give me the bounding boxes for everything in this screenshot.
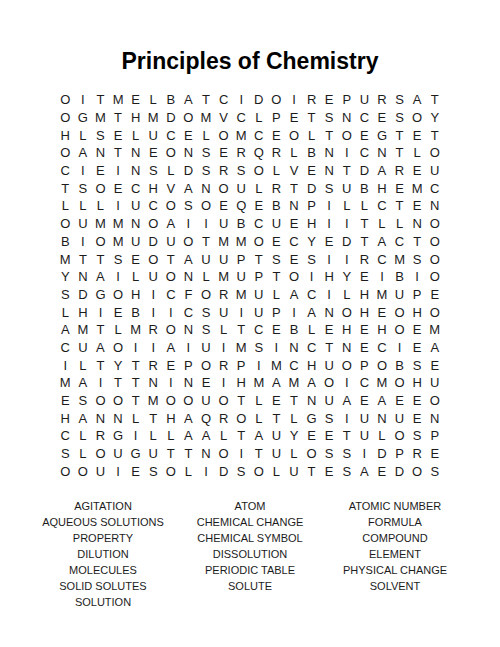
grid-cell: T xyxy=(197,233,215,251)
grid-cell: A xyxy=(74,409,92,427)
grid-cell: C xyxy=(250,215,268,233)
grid-cell: E xyxy=(285,250,303,268)
grid-cell: H xyxy=(356,286,374,304)
word-list-item: ELEMENT xyxy=(310,546,480,562)
grid-cell: L xyxy=(356,197,374,215)
grid-cell: O xyxy=(391,321,409,339)
grid-cell: E xyxy=(373,303,391,321)
grid-cell: M xyxy=(232,339,250,357)
grid-cell: E xyxy=(215,144,233,162)
grid-cell: I xyxy=(303,268,321,286)
grid-cell: O xyxy=(162,392,180,410)
grid-cell: L xyxy=(127,409,145,427)
grid-cell: A xyxy=(162,339,180,357)
grid-cell: I xyxy=(285,91,303,109)
grid-cell: P xyxy=(408,286,426,304)
grid-cell: C xyxy=(232,109,250,127)
grid-cell: L xyxy=(250,409,268,427)
grid-cell: U xyxy=(197,339,215,357)
grid-cell: T xyxy=(162,250,180,268)
grid-cell: M xyxy=(250,374,268,392)
grid-cell: H xyxy=(56,126,74,144)
grid-cell: S xyxy=(197,321,215,339)
grid-cell: N xyxy=(408,215,426,233)
grid-cell: N xyxy=(320,144,338,162)
grid-cell: R xyxy=(373,91,391,109)
grid-cell: P xyxy=(268,109,286,127)
grid-cell: I xyxy=(109,462,127,480)
grid-cell: E xyxy=(408,126,426,144)
grid-cell: R xyxy=(268,179,286,197)
grid-cell: B xyxy=(127,303,145,321)
grid-cell: O xyxy=(426,303,444,321)
grid-cell: E xyxy=(408,392,426,410)
grid-cell: E xyxy=(285,215,303,233)
grid-cell: R xyxy=(92,427,110,445)
grid-cell: I xyxy=(232,445,250,463)
grid-cell: U xyxy=(320,392,338,410)
grid-cell: L xyxy=(268,162,286,180)
grid-cell: O xyxy=(162,144,180,162)
grid-cell: N xyxy=(285,339,303,357)
grid-cell: N xyxy=(127,162,145,180)
grid-cell: L xyxy=(268,286,286,304)
grid-cell: O xyxy=(285,268,303,286)
grid-cell: O xyxy=(197,286,215,304)
grid-cell: C xyxy=(215,91,233,109)
grid-cell: I xyxy=(320,197,338,215)
grid-cell: H xyxy=(303,356,321,374)
grid-cell: I xyxy=(74,91,92,109)
word-list-item: PHYSICAL CHANGE xyxy=(310,562,480,578)
word-list-item: SOLID SOLUTES xyxy=(18,578,188,594)
word-list-item: COMPOUND xyxy=(310,530,480,546)
grid-cell: T xyxy=(144,409,162,427)
grid-cell: A xyxy=(303,303,321,321)
grid-cell: N xyxy=(320,303,338,321)
grid-cell: L xyxy=(250,179,268,197)
grid-cell: I xyxy=(74,233,92,251)
grid-cell: U xyxy=(92,462,110,480)
grid-cell: D xyxy=(391,462,409,480)
grid-cell: E xyxy=(268,392,286,410)
grid-cell: T xyxy=(250,250,268,268)
grid-cell: E xyxy=(391,392,409,410)
grid-cell: D xyxy=(215,462,233,480)
grid-cell: U xyxy=(250,303,268,321)
grid-cell: E xyxy=(180,126,198,144)
grid-cell: U xyxy=(320,356,338,374)
grid-cell: M xyxy=(144,109,162,127)
grid-cell: E xyxy=(109,303,127,321)
grid-cell: S xyxy=(56,286,74,304)
grid-cell: T xyxy=(56,179,74,197)
grid-cell: A xyxy=(268,374,286,392)
grid-cell: U xyxy=(426,162,444,180)
grid-cell: O xyxy=(391,374,409,392)
grid-cell: I xyxy=(338,409,356,427)
grid-cell: R xyxy=(144,356,162,374)
grid-cell: A xyxy=(285,286,303,304)
grid-cell: E xyxy=(109,179,127,197)
word-list-column-1: AGITATIONAQUEOUS SOLUTIONSPROPERTYDILUTI… xyxy=(18,498,188,610)
grid-cell: E xyxy=(356,268,374,286)
grid-cell: T xyxy=(127,356,145,374)
grid-cell: T xyxy=(303,109,321,127)
grid-cell: C xyxy=(391,233,409,251)
grid-cell: A xyxy=(303,374,321,392)
grid-cell: T xyxy=(285,179,303,197)
grid-cell: S xyxy=(320,179,338,197)
grid-cell: D xyxy=(162,109,180,127)
grid-cell: N xyxy=(74,268,92,286)
grid-cell: E xyxy=(356,339,374,357)
grid-cell: N xyxy=(373,144,391,162)
grid-cell: A xyxy=(250,427,268,445)
grid-cell: A xyxy=(356,462,374,480)
grid-cell: O xyxy=(109,339,127,357)
grid-cell: U xyxy=(215,303,233,321)
grid-cell: E xyxy=(109,126,127,144)
grid-cell: L xyxy=(127,126,145,144)
grid-cell: O xyxy=(162,197,180,215)
grid-cell: C xyxy=(250,126,268,144)
grid-cell: S xyxy=(320,109,338,127)
word-list-item: MOLECULES xyxy=(18,562,188,578)
grid-cell: C xyxy=(162,286,180,304)
grid-cell: E xyxy=(408,409,426,427)
grid-cell: S xyxy=(74,179,92,197)
grid-cell: I xyxy=(109,268,127,286)
grid-cell: R xyxy=(215,409,233,427)
grid-cell: E xyxy=(426,286,444,304)
grid-cell: O xyxy=(162,321,180,339)
grid-cell: U xyxy=(197,392,215,410)
grid-cell: T xyxy=(232,321,250,339)
grid-cell: E xyxy=(303,427,321,445)
grid-cell: U xyxy=(215,215,233,233)
grid-cell: B xyxy=(56,233,74,251)
grid-cell: B xyxy=(391,268,409,286)
grid-cell: M xyxy=(215,233,233,251)
grid-cell: N xyxy=(180,268,198,286)
grid-cell: T xyxy=(109,144,127,162)
grid-cell: A xyxy=(408,91,426,109)
grid-cell: C xyxy=(162,126,180,144)
grid-cell: C xyxy=(250,321,268,339)
grid-cell: L xyxy=(162,162,180,180)
grid-cell: G xyxy=(373,126,391,144)
grid-cell: D xyxy=(74,286,92,304)
grid-cell: E xyxy=(162,356,180,374)
grid-cell: O xyxy=(109,392,127,410)
grid-cell: L xyxy=(215,427,233,445)
grid-cell: N xyxy=(426,409,444,427)
word-list-item: PROPERTY xyxy=(18,530,188,546)
grid-cell: G xyxy=(74,109,92,127)
grid-cell: N xyxy=(338,109,356,127)
grid-cell: M xyxy=(127,321,145,339)
grid-cell: S xyxy=(391,91,409,109)
grid-cell: G xyxy=(109,427,127,445)
grid-cell: L xyxy=(109,321,127,339)
grid-cell: Y xyxy=(426,109,444,127)
grid-cell: E xyxy=(127,250,145,268)
grid-cell: U xyxy=(356,91,374,109)
grid-cell: E xyxy=(426,445,444,463)
grid-cell: O xyxy=(180,109,198,127)
grid-cell: I xyxy=(215,374,233,392)
grid-cell: M xyxy=(92,215,110,233)
grid-cell: L xyxy=(285,445,303,463)
word-list-column-3: ATOMIC NUMBERFORMULACOMPOUNDELEMENTPHYSI… xyxy=(310,498,480,594)
grid-cell: Y xyxy=(303,233,321,251)
grid-cell: Y xyxy=(109,356,127,374)
grid-cell: A xyxy=(373,392,391,410)
grid-cell: Y xyxy=(338,268,356,286)
grid-cell: L xyxy=(74,445,92,463)
grid-cell: I xyxy=(391,339,409,357)
grid-cell: T xyxy=(92,356,110,374)
grid-cell: U xyxy=(197,250,215,268)
grid-cell: T xyxy=(268,268,286,286)
grid-cell: R xyxy=(356,250,374,268)
grid-cell: S xyxy=(144,162,162,180)
grid-cell: M xyxy=(92,109,110,127)
grid-cell: D xyxy=(180,162,198,180)
grid-cell: T xyxy=(320,126,338,144)
grid-cell: O xyxy=(144,250,162,268)
grid-cell: M xyxy=(268,356,286,374)
grid-cell: E xyxy=(268,321,286,339)
grid-cell: O xyxy=(250,462,268,480)
grid-cell: E xyxy=(373,109,391,127)
grid-cell: U xyxy=(338,179,356,197)
grid-cell: L xyxy=(215,321,233,339)
grid-cell: S xyxy=(232,162,250,180)
grid-cell: M xyxy=(74,321,92,339)
word-list: AGITATIONAQUEOUS SOLUTIONSPROPERTYDILUTI… xyxy=(0,498,500,628)
grid-cell: S xyxy=(338,462,356,480)
grid-cell: C xyxy=(303,339,321,357)
grid-cell: O xyxy=(56,144,74,162)
grid-cell: G xyxy=(303,409,321,427)
grid-cell: E xyxy=(127,91,145,109)
grid-cell: N xyxy=(127,144,145,162)
grid-cell: U xyxy=(232,179,250,197)
grid-cell: O xyxy=(92,179,110,197)
grid-cell: T xyxy=(408,233,426,251)
grid-cell: I xyxy=(320,286,338,304)
grid-cell: H xyxy=(320,268,338,286)
grid-cell: B xyxy=(285,321,303,339)
grid-cell: O xyxy=(426,233,444,251)
grid-cell: O xyxy=(92,392,110,410)
grid-cell: L xyxy=(144,91,162,109)
grid-cell: I xyxy=(250,356,268,374)
grid-cell: A xyxy=(180,427,198,445)
grid-cell: O xyxy=(320,374,338,392)
grid-cell: T xyxy=(426,126,444,144)
grid-cell: C xyxy=(180,303,198,321)
grid-cell: N xyxy=(285,197,303,215)
grid-cell: O xyxy=(180,392,198,410)
grid-cell: A xyxy=(74,144,92,162)
grid-cell: O xyxy=(162,268,180,286)
grid-cell: O xyxy=(391,427,409,445)
grid-cell: I xyxy=(180,339,198,357)
word-list-item: AQUEOUS SOLUTIONS xyxy=(18,514,188,530)
grid-cell: E xyxy=(320,427,338,445)
grid-cell: E xyxy=(144,144,162,162)
grid-cell: R xyxy=(215,162,233,180)
grid-cell: E xyxy=(197,374,215,392)
grid-cell: I xyxy=(356,445,374,463)
grid-cell: S xyxy=(250,339,268,357)
grid-cell: T xyxy=(180,445,198,463)
grid-cell: R xyxy=(232,144,250,162)
grid-cell: I xyxy=(232,303,250,321)
grid-cell: M xyxy=(373,286,391,304)
grid-cell: T xyxy=(391,197,409,215)
grid-cell: E xyxy=(215,197,233,215)
grid-cell: S xyxy=(320,409,338,427)
grid-cell: S xyxy=(338,445,356,463)
grid-cell: C xyxy=(56,339,74,357)
grid-cell: I xyxy=(92,303,110,321)
grid-cell: P xyxy=(426,427,444,445)
grid-cell: E xyxy=(320,233,338,251)
grid-cell: P xyxy=(232,356,250,374)
grid-cell: A xyxy=(338,392,356,410)
grid-cell: M xyxy=(373,374,391,392)
grid-cell: H xyxy=(408,374,426,392)
grid-cell: T xyxy=(356,215,374,233)
grid-cell: S xyxy=(180,197,198,215)
grid-cell: S xyxy=(197,144,215,162)
grid-cell: S xyxy=(144,462,162,480)
grid-cell: I xyxy=(109,162,127,180)
grid-cell: O xyxy=(56,215,74,233)
grid-cell: A xyxy=(197,427,215,445)
grid-cell: C xyxy=(356,109,374,127)
grid-cell: P xyxy=(268,303,286,321)
grid-cell: O xyxy=(408,462,426,480)
grid-cell: U xyxy=(391,286,409,304)
grid-cell: H xyxy=(162,409,180,427)
grid-cell: H xyxy=(144,179,162,197)
grid-cell: T xyxy=(303,462,321,480)
grid-cell: H xyxy=(373,179,391,197)
grid-cell: B xyxy=(268,197,286,215)
grid-cell: E xyxy=(373,462,391,480)
grid-cell: S xyxy=(56,445,74,463)
word-list-item: AGITATION xyxy=(18,498,188,514)
grid-cell: U xyxy=(391,409,409,427)
grid-cell: S xyxy=(408,250,426,268)
grid-cell: C xyxy=(127,179,145,197)
grid-cell: R xyxy=(215,356,233,374)
grid-cell: I xyxy=(144,303,162,321)
grid-cell: O xyxy=(180,233,198,251)
word-list-item: FORMULA xyxy=(310,514,480,530)
grid-cell: U xyxy=(74,339,92,357)
grid-cell: L xyxy=(74,356,92,374)
grid-cell: M xyxy=(56,250,74,268)
grid-cell: M xyxy=(109,215,127,233)
grid-cell: T xyxy=(391,126,409,144)
grid-cell: U xyxy=(144,268,162,286)
grid-cell: L xyxy=(268,462,286,480)
grid-cell: M xyxy=(408,179,426,197)
grid-cell: Y xyxy=(56,268,74,286)
grid-cell: A xyxy=(373,233,391,251)
grid-cell: E xyxy=(92,162,110,180)
grid-cell: A xyxy=(74,374,92,392)
grid-cell: B xyxy=(162,91,180,109)
grid-cell: O xyxy=(268,91,286,109)
grid-cell: B xyxy=(232,215,250,233)
grid-cell: O xyxy=(197,356,215,374)
grid-cell: P xyxy=(356,356,374,374)
grid-cell: E xyxy=(285,109,303,127)
grid-cell: I xyxy=(338,144,356,162)
grid-cell: I xyxy=(285,303,303,321)
grid-cell: A xyxy=(373,162,391,180)
grid-cell: I xyxy=(144,339,162,357)
grid-cell: C xyxy=(56,162,74,180)
grid-cell: I xyxy=(320,250,338,268)
grid-cell: T xyxy=(391,144,409,162)
grid-cell: D xyxy=(338,233,356,251)
grid-cell: M xyxy=(56,374,74,392)
grid-cell: P xyxy=(250,268,268,286)
grid-cell: M xyxy=(285,374,303,392)
grid-cell: A xyxy=(92,268,110,286)
grid-cell: A xyxy=(426,339,444,357)
grid-cell: T xyxy=(127,374,145,392)
grid-cell: E xyxy=(408,197,426,215)
grid-cell: M xyxy=(232,126,250,144)
grid-cell: H xyxy=(338,321,356,339)
grid-cell: E xyxy=(356,392,374,410)
grid-cell: N xyxy=(180,321,198,339)
grid-cell: R xyxy=(408,445,426,463)
grid-cell: N xyxy=(320,162,338,180)
grid-cell: H xyxy=(373,321,391,339)
grid-cell: S xyxy=(408,356,426,374)
grid-cell: V xyxy=(215,109,233,127)
grid-cell: T xyxy=(338,162,356,180)
grid-cell: L xyxy=(144,427,162,445)
grid-cell: I xyxy=(268,339,286,357)
grid-cell: N xyxy=(303,392,321,410)
grid-cell: N xyxy=(127,215,145,233)
grid-cell: I xyxy=(338,215,356,233)
grid-cell: S xyxy=(268,250,286,268)
grid-cell: R xyxy=(268,144,286,162)
grid-cell: L xyxy=(285,409,303,427)
grid-cell: O xyxy=(426,250,444,268)
grid-cell: T xyxy=(74,250,92,268)
grid-cell: I xyxy=(373,268,391,286)
grid-cell: E xyxy=(56,392,74,410)
grid-cell: N xyxy=(197,179,215,197)
grid-cell: E xyxy=(320,462,338,480)
grid-cell: H xyxy=(232,374,250,392)
grid-cell: U xyxy=(215,250,233,268)
grid-cell: G xyxy=(127,445,145,463)
